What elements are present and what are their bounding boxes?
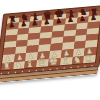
board-scene: ♜♞♝♛♚♝♞♜♟♟♟♟♟♟♟♟♟♟♟♟♟♟♟♟♜♞♝♛♚♝♞♜ [0, 5, 100, 84]
board-frame: ♜♞♝♛♚♝♞♜♟♟♟♟♟♟♟♟♟♟♟♟♟♟♟♟♜♞♝♛♚♝♞♜ [0, 5, 100, 75]
white-knight: ♞ [12, 60, 25, 70]
square-h1: ♜ [83, 55, 96, 64]
white-bishop: ♝ [24, 58, 37, 68]
board: ♜♞♝♛♚♝♞♜♟♟♟♟♟♟♟♟♟♟♟♟♟♟♟♟♜♞♝♛♚♝♞♜ [1, 10, 100, 71]
chess-set-photo: ♜♞♝♛♚♝♞♜♟♟♟♟♟♟♟♟♟♟♟♟♟♟♟♟♜♞♝♛♚♝♞♜ [0, 0, 100, 100]
white-knight: ♞ [71, 55, 84, 65]
white-bishop: ♝ [59, 55, 72, 65]
white-rook: ♜ [83, 54, 95, 63]
white-rook: ♜ [0, 61, 12, 70]
